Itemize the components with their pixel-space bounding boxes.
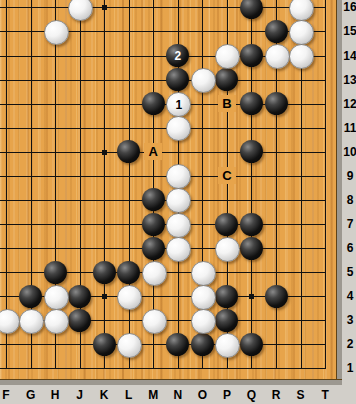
coordinate-column-F: F — [0, 388, 13, 402]
point-label-C[interactable]: C — [218, 167, 236, 184]
coordinate-row-16: 16 — [343, 0, 356, 14]
coordinate-column-P: P — [220, 388, 234, 402]
stone-white-J16[interactable] — [68, 0, 93, 21]
grid-line-horizontal-16 — [0, 7, 326, 8]
stone-white-N7[interactable] — [166, 213, 191, 238]
stone-black-H5[interactable] — [44, 261, 67, 284]
stone-black-O2[interactable] — [191, 333, 214, 356]
coordinate-row-1: 1 — [343, 361, 356, 375]
grid-line-horizontal-9 — [0, 176, 326, 177]
stone-white-M5[interactable] — [142, 261, 167, 286]
coordinate-column-M: M — [146, 388, 160, 402]
stone-white-M3[interactable] — [142, 309, 167, 334]
stone-black-Q14[interactable] — [240, 44, 263, 67]
coordinate-column-J: J — [73, 388, 87, 402]
coordinate-row-5: 5 — [343, 265, 356, 279]
stone-white-O4[interactable] — [191, 285, 216, 310]
stone-black-P7[interactable] — [215, 213, 238, 236]
coordinate-column-S: S — [294, 388, 308, 402]
coordinate-row-10: 10 — [343, 145, 356, 159]
coordinate-column-G: G — [24, 388, 38, 402]
stone-white-G3[interactable] — [19, 309, 44, 334]
coordinate-column-R: R — [269, 388, 283, 402]
stone-white-N9[interactable] — [166, 164, 191, 189]
stone-black-M12[interactable] — [142, 92, 165, 115]
stone-white-O13[interactable] — [191, 68, 216, 93]
stone-white-L4[interactable] — [117, 285, 142, 310]
coordinate-row-13: 13 — [343, 73, 356, 87]
stone-white-S16[interactable] — [289, 0, 314, 21]
board-wood-surface[interactable]: 21ABC — [0, 0, 336, 379]
point-label-A[interactable]: A — [144, 143, 162, 160]
stone-black-R15[interactable] — [265, 20, 288, 43]
stone-white-F3[interactable] — [0, 309, 20, 334]
star-point-K10 — [102, 150, 107, 155]
stone-black-M8[interactable] — [142, 188, 165, 211]
stone-white-O3[interactable] — [191, 309, 216, 334]
star-point-K4 — [102, 294, 107, 299]
stone-black-R4[interactable] — [265, 285, 288, 308]
grid-line-horizontal-11 — [0, 128, 326, 129]
grid-line-horizontal-10 — [0, 152, 326, 153]
coordinate-row-2: 2 — [343, 337, 356, 351]
coordinate-column-H: H — [48, 388, 62, 402]
coordinate-column-N: N — [171, 388, 185, 402]
coordinate-column-Q: Q — [244, 388, 258, 402]
stone-white-N12[interactable]: 1 — [166, 92, 191, 117]
stone-black-J4[interactable] — [68, 285, 91, 308]
coordinate-row-15: 15 — [343, 24, 356, 38]
coordinate-row-6: 6 — [343, 241, 356, 255]
stone-white-N6[interactable] — [166, 237, 191, 262]
stone-black-L10[interactable] — [117, 140, 140, 163]
stone-black-K5[interactable] — [93, 261, 116, 284]
stone-black-L5[interactable] — [117, 261, 140, 284]
stone-black-Q7[interactable] — [240, 213, 263, 236]
coordinate-row-14: 14 — [343, 49, 356, 63]
coordinate-row-11: 11 — [343, 121, 356, 135]
coordinate-row-9: 9 — [343, 169, 356, 183]
stone-white-H4[interactable] — [44, 285, 69, 310]
coordinate-row-4: 4 — [343, 289, 356, 303]
coordinate-row-12: 12 — [343, 97, 356, 111]
stone-black-K2[interactable] — [93, 333, 116, 356]
stone-black-P3[interactable] — [215, 309, 238, 332]
stone-white-S14[interactable] — [289, 44, 314, 69]
go-board[interactable]: 21ABC 16151413121110987654321FGHJKLMNOPQ… — [0, 0, 356, 404]
star-point-Q4 — [249, 294, 254, 299]
stone-black-Q12[interactable] — [240, 92, 263, 115]
stone-black-Q16[interactable] — [240, 0, 263, 19]
stone-white-S15[interactable] — [289, 20, 314, 45]
stone-black-M7[interactable] — [142, 213, 165, 236]
grid-line-horizontal-13 — [0, 80, 326, 81]
coordinate-row-3: 3 — [343, 313, 356, 327]
point-label-B[interactable]: B — [218, 95, 236, 112]
grid-line-horizontal-2 — [0, 344, 326, 345]
coordinate-row-8: 8 — [343, 193, 356, 207]
grid-line-horizontal-1 — [0, 368, 326, 369]
stone-black-G4[interactable] — [19, 285, 42, 308]
stone-white-P14[interactable] — [215, 44, 240, 69]
stone-black-Q2[interactable] — [240, 333, 263, 356]
stone-black-R12[interactable] — [265, 92, 288, 115]
stone-black-P13[interactable] — [215, 68, 238, 91]
stone-white-O5[interactable] — [191, 261, 216, 286]
stone-black-N2[interactable] — [166, 333, 189, 356]
stone-white-N8[interactable] — [166, 188, 191, 213]
stone-black-N14[interactable]: 2 — [166, 44, 189, 67]
stone-black-M6[interactable] — [142, 237, 165, 260]
stone-white-L2[interactable] — [117, 333, 142, 358]
stone-black-P4[interactable] — [215, 285, 238, 308]
stone-black-Q10[interactable] — [240, 140, 263, 163]
stone-white-H15[interactable] — [44, 20, 69, 45]
stone-white-P6[interactable] — [215, 237, 240, 262]
coordinate-column-K: K — [97, 388, 111, 402]
stone-white-P2[interactable] — [215, 333, 240, 358]
stone-black-N13[interactable] — [166, 68, 189, 91]
stone-white-N11[interactable] — [166, 116, 191, 141]
coordinate-row-7: 7 — [343, 217, 356, 231]
stone-black-Q6[interactable] — [240, 237, 263, 260]
coordinate-column-T: T — [318, 388, 332, 402]
stone-black-J3[interactable] — [68, 309, 91, 332]
stone-white-R14[interactable] — [265, 44, 290, 69]
star-point-K16 — [102, 5, 107, 10]
coordinate-column-L: L — [122, 388, 136, 402]
coordinate-column-O: O — [195, 388, 209, 402]
stone-white-H3[interactable] — [44, 309, 69, 334]
